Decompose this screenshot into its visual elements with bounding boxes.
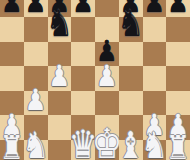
- square-b7[interactable]: ♟: [24, 0, 48, 17]
- square-d5[interactable]: [71, 42, 95, 67]
- piece-white-pawn-b3[interactable]: ♟: [25, 86, 47, 115]
- square-f3[interactable]: [119, 91, 143, 116]
- square-a1[interactable]: ♜: [0, 140, 24, 161]
- square-f1[interactable]: ♝: [119, 140, 143, 161]
- square-f5[interactable]: [119, 42, 143, 67]
- piece-black-pawn-h7[interactable]: ♟: [167, 0, 189, 17]
- square-e1[interactable]: ♚: [95, 140, 119, 161]
- square-g1[interactable]: ♞: [143, 140, 167, 161]
- square-f6[interactable]: ♞: [119, 17, 143, 42]
- piece-black-pawn-d7[interactable]: ♟: [72, 0, 94, 17]
- piece-black-pawn-b7[interactable]: ♟: [25, 0, 47, 17]
- square-c1[interactable]: [48, 140, 72, 161]
- square-g7[interactable]: ♟: [143, 0, 167, 17]
- square-c4[interactable]: ♟: [48, 66, 72, 91]
- square-h7[interactable]: ♟: [166, 0, 190, 17]
- piece-white-knight-b1[interactable]: ♞: [22, 127, 49, 160]
- square-h5[interactable]: [166, 42, 190, 67]
- square-a7[interactable]: ♟: [0, 0, 24, 17]
- chess-board-viewport: ♜♝♛♚♝♜♟♟♟♟♟♟♟♞♞♟♟♟♟♟♟♟♜♞♛♚♝♞♜: [0, 0, 190, 160]
- square-h1[interactable]: ♜: [166, 140, 190, 161]
- piece-white-rook-a1[interactable]: ♜: [0, 131, 24, 160]
- square-e7[interactable]: [95, 0, 119, 17]
- square-b1[interactable]: ♞: [24, 140, 48, 161]
- square-a4[interactable]: [0, 66, 24, 91]
- square-g6[interactable]: [143, 17, 167, 42]
- square-e3[interactable]: [95, 91, 119, 116]
- piece-white-pawn-e4[interactable]: ♟: [96, 61, 118, 90]
- chess-board: ♜♝♛♚♝♜♟♟♟♟♟♟♟♞♞♟♟♟♟♟♟♟♜♞♛♚♝♞♜: [0, 0, 190, 160]
- square-c6[interactable]: ♞: [48, 17, 72, 42]
- square-d6[interactable]: [71, 17, 95, 42]
- square-h6[interactable]: [166, 17, 190, 42]
- square-c2[interactable]: [48, 115, 72, 140]
- piece-black-pawn-a7[interactable]: ♟: [1, 0, 23, 17]
- square-b3[interactable]: ♟: [24, 91, 48, 116]
- piece-black-knight-c6[interactable]: ♞: [46, 5, 73, 42]
- square-d3[interactable]: [71, 91, 95, 116]
- square-e4[interactable]: ♟: [95, 66, 119, 91]
- piece-white-knight-g1[interactable]: ♞: [141, 127, 168, 160]
- piece-white-pawn-c4[interactable]: ♟: [49, 61, 71, 90]
- piece-black-pawn-g7[interactable]: ♟: [144, 0, 166, 17]
- square-d4[interactable]: [71, 66, 95, 91]
- square-f4[interactable]: [119, 66, 143, 91]
- square-h4[interactable]: [166, 66, 190, 91]
- square-g5[interactable]: [143, 42, 167, 67]
- piece-white-rook-h1[interactable]: ♜: [166, 131, 190, 160]
- square-d7[interactable]: ♟: [71, 0, 95, 17]
- square-b5[interactable]: [24, 42, 48, 67]
- square-c3[interactable]: [48, 91, 72, 116]
- square-g4[interactable]: [143, 66, 167, 91]
- piece-black-knight-f6[interactable]: ♞: [117, 5, 144, 42]
- square-b6[interactable]: [24, 17, 48, 42]
- square-a5[interactable]: [0, 42, 24, 67]
- square-a6[interactable]: [0, 17, 24, 42]
